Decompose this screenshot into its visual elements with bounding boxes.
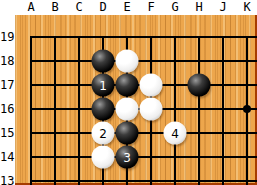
stone-white-e16[interactable] xyxy=(116,98,139,121)
row-label-19: 19 xyxy=(0,30,14,44)
stone-black-d18[interactable] xyxy=(92,50,115,73)
stone-black-d16[interactable] xyxy=(92,98,115,121)
grid-line-row-13 xyxy=(30,180,257,182)
grid-line-row-15 xyxy=(30,132,257,134)
grid-line-col-b xyxy=(54,36,56,185)
stone-black-d17[interactable]: 1 xyxy=(92,74,115,97)
row-label-14: 14 xyxy=(0,150,14,164)
column-label-k: K xyxy=(235,0,257,14)
grid-line-row-19 xyxy=(30,36,257,38)
stone-black-e14[interactable]: 3 xyxy=(116,146,139,169)
row-label-17: 17 xyxy=(0,78,14,92)
row-label-16: 16 xyxy=(0,102,14,116)
row-label-18: 18 xyxy=(0,54,14,68)
grid-line-row-18 xyxy=(30,60,257,62)
stone-move-number: 3 xyxy=(123,150,131,164)
column-label-b: B xyxy=(43,0,67,14)
stone-move-number: 1 xyxy=(99,78,107,92)
stone-move-number: 4 xyxy=(171,126,179,140)
column-label-g: G xyxy=(163,0,187,14)
go-diagram: ABCDEFGHJK 19181716151413 1243 xyxy=(0,0,257,185)
stone-black-e17[interactable] xyxy=(116,74,139,97)
stone-white-d14[interactable] xyxy=(92,146,115,169)
column-label-j: J xyxy=(211,0,235,14)
grid-line-col-g xyxy=(174,36,176,185)
stone-white-f17[interactable] xyxy=(140,74,163,97)
star-point-k16 xyxy=(243,105,251,113)
stone-black-e15[interactable] xyxy=(116,122,139,145)
column-label-c: C xyxy=(67,0,91,14)
column-label-e: E xyxy=(115,0,139,14)
stone-white-f16[interactable] xyxy=(140,98,163,121)
column-label-h: H xyxy=(187,0,211,14)
row-label-15: 15 xyxy=(0,126,14,140)
row-label-13: 13 xyxy=(0,174,14,185)
grid-line-col-h xyxy=(198,36,200,185)
stone-black-h17[interactable] xyxy=(188,74,211,97)
column-label-a: A xyxy=(19,0,43,14)
stone-white-g15[interactable]: 4 xyxy=(164,122,187,145)
stone-move-number: 2 xyxy=(99,126,107,140)
grid-line-col-a xyxy=(30,36,32,185)
grid-line-col-j xyxy=(222,36,224,185)
stone-white-d15[interactable]: 2 xyxy=(92,122,115,145)
grid-line-col-c xyxy=(78,36,80,185)
grid-line-row-14 xyxy=(30,156,257,158)
stone-white-e18[interactable] xyxy=(116,50,139,73)
column-label-f: F xyxy=(139,0,163,14)
column-label-d: D xyxy=(91,0,115,14)
